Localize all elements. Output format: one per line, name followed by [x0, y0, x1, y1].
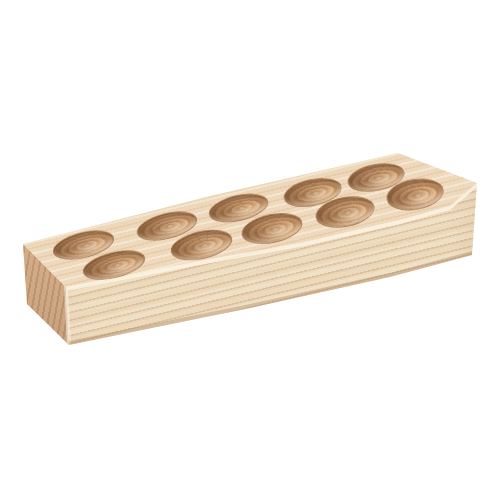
photo-canvas	[0, 0, 500, 500]
pit-grid	[0, 0, 500, 500]
